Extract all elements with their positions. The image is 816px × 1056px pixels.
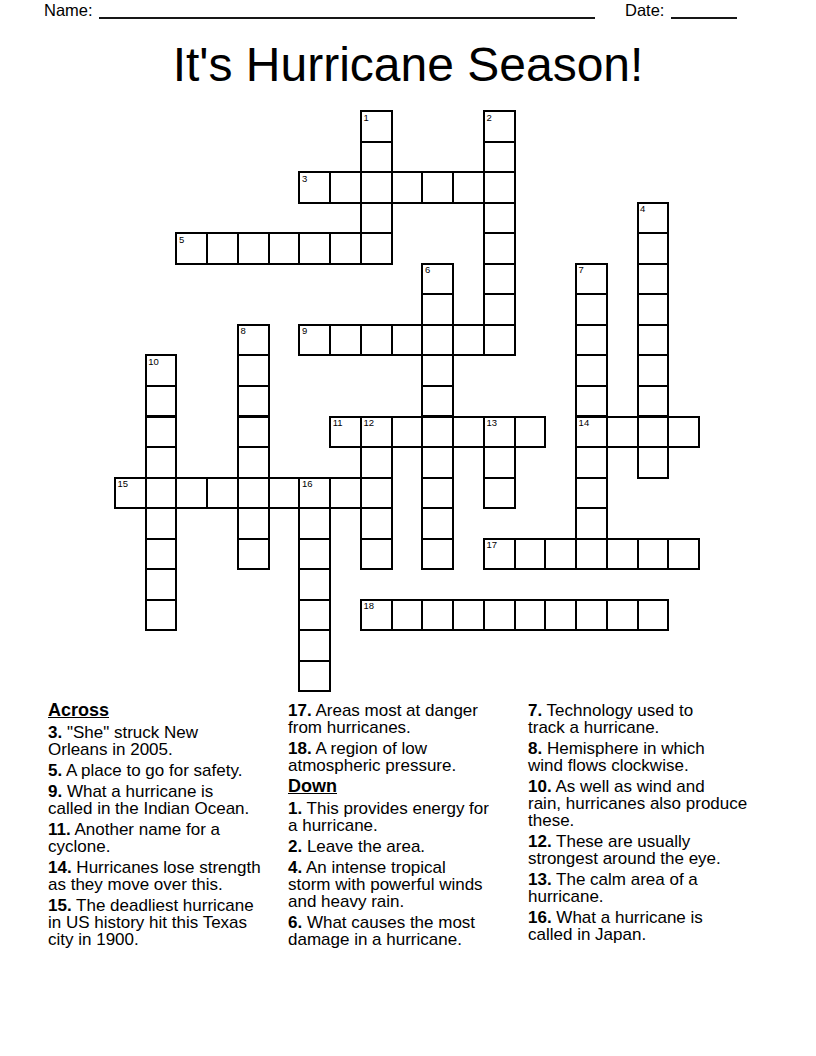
- grid-cell[interactable]: [483, 141, 516, 174]
- across-header: Across: [48, 702, 288, 719]
- clue-text-line: wind flows clockwise.: [528, 757, 768, 774]
- grid-cell[interactable]: [298, 599, 331, 632]
- grid-cell[interactable]: [298, 232, 331, 265]
- clue-number: 13: [486, 418, 497, 428]
- grid-cell[interactable]: [514, 599, 547, 632]
- grid-cell[interactable]: [237, 416, 270, 449]
- grid-cell[interactable]: [268, 477, 301, 510]
- grid-cell[interactable]: [237, 446, 270, 479]
- clue-text-line: 1. This provides energy for: [288, 800, 528, 817]
- clue-text-line: cyclone.: [48, 838, 288, 855]
- clue-8: 8. Hemisphere in whichwind flows clockwi…: [528, 740, 768, 774]
- grid-cell[interactable]: [145, 477, 178, 510]
- grid-cell[interactable]: [483, 599, 516, 632]
- clue-4: 4. An intense tropicalstorm with powerfu…: [288, 859, 528, 910]
- clue-column-3: 7. Technology used totrack a hurricane.8…: [528, 702, 768, 947]
- grid-cell[interactable]: [237, 232, 270, 265]
- grid-cell[interactable]: [298, 507, 331, 540]
- down-header: Down: [288, 778, 528, 795]
- clue-text-line: a hurricane.: [288, 817, 528, 834]
- clue-text-line: city in 1900.: [48, 931, 288, 948]
- crossword-grid: 123456789101112131415161718: [114, 110, 702, 694]
- grid-cell[interactable]: [575, 477, 608, 510]
- clue-16: 16. What a hurricane iscalled in Japan.: [528, 909, 768, 943]
- grid-cell[interactable]: [483, 446, 516, 479]
- grid-cell[interactable]: [483, 324, 516, 357]
- grid-cell[interactable]: [483, 202, 516, 235]
- clue-number: 4: [640, 204, 645, 214]
- clue-text-line: and heavy rain.: [288, 893, 528, 910]
- grid-cell[interactable]: [360, 232, 393, 265]
- grid-cell[interactable]: [667, 416, 700, 449]
- grid-cell[interactable]: [298, 629, 331, 662]
- grid-cell[interactable]: [421, 354, 454, 387]
- clue-text-line: 12. These are usually: [528, 833, 768, 850]
- grid-cell[interactable]: [606, 599, 639, 632]
- grid-cell[interactable]: [421, 477, 454, 510]
- grid-cell[interactable]: [360, 538, 393, 571]
- grid-cell[interactable]: [421, 171, 454, 204]
- clue-7: 7. Technology used totrack a hurricane.: [528, 702, 768, 736]
- grid-cell[interactable]: [575, 599, 608, 632]
- grid-cell[interactable]: [421, 385, 454, 418]
- grid-cell[interactable]: [421, 507, 454, 540]
- grid-cell[interactable]: [575, 385, 608, 418]
- grid-cell[interactable]: [421, 446, 454, 479]
- clue-text-line: 10. As well as wind and: [528, 778, 768, 795]
- clue-17: 17. Areas most at dangerfrom hurricanes.: [288, 702, 528, 736]
- grid-cell[interactable]: [329, 232, 362, 265]
- grid-cell[interactable]: [145, 568, 178, 601]
- clue-5: 5. A place to go for safety.: [48, 762, 288, 779]
- grid-cell[interactable]: [483, 293, 516, 326]
- grid-cell[interactable]: [514, 538, 547, 571]
- grid-cell[interactable]: [298, 538, 331, 571]
- grid-cell[interactable]: [544, 599, 577, 632]
- worksheet-page: Name: Date: It's Hurricane Season! 12345…: [0, 0, 816, 1056]
- clue-text-line: track a hurricane.: [528, 719, 768, 736]
- grid-cell[interactable]: [483, 171, 516, 204]
- grid-cell[interactable]: [298, 660, 331, 693]
- grid-cell[interactable]: [329, 171, 362, 204]
- grid-cell[interactable]: [391, 416, 424, 449]
- clue-text-line: 13. The calm area of a: [528, 871, 768, 888]
- clue-column-1: Across3. "She" struck NewOrleans in 2005…: [48, 702, 288, 952]
- clue-text-line: 11. Another name for a: [48, 821, 288, 838]
- grid-cell[interactable]: [452, 324, 485, 357]
- clue-text-line: from hurricanes.: [288, 719, 528, 736]
- grid-cell[interactable]: [237, 507, 270, 540]
- grid-cell[interactable]: [637, 416, 670, 449]
- clue-15: 15. The deadliest hurricanein US history…: [48, 897, 288, 948]
- grid-cell[interactable]: [452, 171, 485, 204]
- clue-text-line: 14. Hurricanes lose strength: [48, 859, 288, 876]
- clue-list-number: 2.: [288, 837, 302, 856]
- clue-text-line: 8. Hemisphere in which: [528, 740, 768, 757]
- grid-cell[interactable]: [237, 354, 270, 387]
- clue-text-line: atmospheric pressure.: [288, 757, 528, 774]
- clue-text-line: 17. Areas most at danger: [288, 702, 528, 719]
- clue-text-line: 15. The deadliest hurricane: [48, 897, 288, 914]
- grid-cell[interactable]: [575, 507, 608, 540]
- clue-number: 9: [302, 326, 307, 336]
- clue-text-line: 2. Leave the area.: [288, 838, 528, 855]
- clue-text-line: hurricane.: [528, 888, 768, 905]
- clue-2: 2. Leave the area.: [288, 838, 528, 855]
- clue-text-line: 6. What causes the most: [288, 914, 528, 931]
- clue-11: 11. Another name for acyclone.: [48, 821, 288, 855]
- grid-cell[interactable]: [483, 232, 516, 265]
- name-label: Name:: [44, 1, 93, 20]
- clue-number: 12: [363, 418, 374, 428]
- clue-list-number: 5.: [48, 761, 62, 780]
- clue-number: 10: [148, 357, 159, 367]
- grid-cell[interactable]: [360, 446, 393, 479]
- clue-1: 1. This provides energy fora hurricane.: [288, 800, 528, 834]
- grid-cell[interactable]: [206, 477, 239, 510]
- grid-cell[interactable]: [237, 385, 270, 418]
- clue-text-line: called in Japan.: [528, 926, 768, 943]
- clue-number: 18: [363, 601, 374, 611]
- grid-cell[interactable]: [391, 599, 424, 632]
- grid-cell[interactable]: [175, 477, 208, 510]
- grid-cell[interactable]: [298, 568, 331, 601]
- grid-cell[interactable]: [637, 324, 670, 357]
- clue-number: 1: [363, 113, 368, 123]
- clue-number: 5: [179, 235, 184, 245]
- grid-cell[interactable]: [360, 171, 393, 204]
- grid-cell[interactable]: [575, 324, 608, 357]
- grid-cell[interactable]: [575, 446, 608, 479]
- grid-cell[interactable]: [268, 232, 301, 265]
- clue-number: 17: [486, 540, 497, 550]
- date-fill-line[interactable]: [671, 0, 737, 19]
- clue-9: 9. What a hurricane iscalled in the Indi…: [48, 783, 288, 817]
- clue-text-line: rain, hurricanes also produce: [528, 795, 768, 812]
- grid-cell[interactable]: [452, 599, 485, 632]
- grid-cell[interactable]: [145, 446, 178, 479]
- grid-cell[interactable]: [145, 599, 178, 632]
- clue-number: 6: [425, 265, 430, 275]
- clue-number: 16: [302, 479, 313, 489]
- clue-13: 13. The calm area of ahurricane.: [528, 871, 768, 905]
- clue-6: 6. What causes the mostdamage in a hurri…: [288, 914, 528, 948]
- grid-cell[interactable]: [421, 538, 454, 571]
- grid-cell[interactable]: [329, 324, 362, 357]
- grid-cell[interactable]: [421, 293, 454, 326]
- clue-10: 10. As well as wind andrain, hurricanes …: [528, 778, 768, 829]
- grid-cell[interactable]: [206, 232, 239, 265]
- grid-cell[interactable]: [575, 354, 608, 387]
- clue-number: 3: [302, 174, 307, 184]
- clue-text-line: 4. An intense tropical: [288, 859, 528, 876]
- grid-cell[interactable]: [606, 538, 639, 571]
- clue-14: 14. Hurricanes lose strengthas they move…: [48, 859, 288, 893]
- grid-cell[interactable]: [360, 202, 393, 235]
- clue-text-line: damage in a hurricane.: [288, 931, 528, 948]
- name-fill-line[interactable]: [99, 0, 595, 19]
- grid-cell[interactable]: [637, 263, 670, 296]
- clue-text-line: storm with powerful winds: [288, 876, 528, 893]
- clue-text-line: called in the Indian Ocean.: [48, 800, 288, 817]
- grid-cell[interactable]: [360, 324, 393, 357]
- grid-cell[interactable]: [329, 477, 362, 510]
- grid-cell[interactable]: [483, 263, 516, 296]
- clue-number: 15: [118, 479, 129, 489]
- clue-3: 3. "She" struck NewOrleans in 2005.: [48, 724, 288, 758]
- grid-cell[interactable]: [452, 416, 485, 449]
- grid-cell[interactable]: [145, 416, 178, 449]
- grid-cell[interactable]: [391, 171, 424, 204]
- grid-cell[interactable]: [360, 507, 393, 540]
- grid-cell[interactable]: [391, 324, 424, 357]
- grid-cell[interactable]: [145, 507, 178, 540]
- grid-cell[interactable]: [637, 446, 670, 479]
- clue-12: 12. These are usuallystrongest around th…: [528, 833, 768, 867]
- grid-cell[interactable]: [637, 538, 670, 571]
- clue-text-line: 3. "She" struck New: [48, 724, 288, 741]
- clue-number: 7: [579, 265, 584, 275]
- grid-cell[interactable]: [637, 385, 670, 418]
- grid-cell[interactable]: [237, 477, 270, 510]
- clue-text-line: 18. A region of low: [288, 740, 528, 757]
- grid-cell[interactable]: [145, 538, 178, 571]
- grid-cell[interactable]: [606, 416, 639, 449]
- clue-text-line: strongest around the eye.: [528, 850, 768, 867]
- clue-text-line: 16. What a hurricane is: [528, 909, 768, 926]
- grid-cell[interactable]: [145, 385, 178, 418]
- clue-column-2: 17. Areas most at dangerfrom hurricanes.…: [288, 702, 528, 952]
- clue-number: 8: [240, 326, 245, 336]
- clue-18: 18. A region of lowatmospheric pressure.: [288, 740, 528, 774]
- clue-text-line: 7. Technology used to: [528, 702, 768, 719]
- grid-cell[interactable]: [421, 416, 454, 449]
- puzzle-title: It's Hurricane Season!: [0, 40, 816, 90]
- grid-cell[interactable]: [637, 232, 670, 265]
- clue-text-line: as they move over this.: [48, 876, 288, 893]
- clue-number: 14: [579, 418, 590, 428]
- date-label: Date:: [625, 1, 664, 20]
- clue-text-line: Orleans in 2005.: [48, 741, 288, 758]
- grid-cell[interactable]: [575, 538, 608, 571]
- clue-text-line: 9. What a hurricane is: [48, 783, 288, 800]
- clue-number: 11: [333, 418, 343, 428]
- grid-cell[interactable]: [421, 324, 454, 357]
- clue-text-line: 5. A place to go for safety.: [48, 762, 288, 779]
- grid-cell[interactable]: [637, 354, 670, 387]
- clue-number: 2: [486, 113, 491, 123]
- grid-cell[interactable]: [360, 477, 393, 510]
- grid-cell[interactable]: [514, 416, 547, 449]
- grid-cell[interactable]: [637, 293, 670, 326]
- grid-cell[interactable]: [360, 141, 393, 174]
- grid-cell[interactable]: [483, 477, 516, 510]
- grid-cell[interactable]: [667, 538, 700, 571]
- grid-cell[interactable]: [237, 538, 270, 571]
- grid-cell[interactable]: [421, 599, 454, 632]
- clue-text-line: these.: [528, 812, 768, 829]
- grid-cell[interactable]: [637, 599, 670, 632]
- clue-text-line: in US history hit this Texas: [48, 914, 288, 931]
- grid-cell[interactable]: [544, 538, 577, 571]
- grid-cell[interactable]: [575, 293, 608, 326]
